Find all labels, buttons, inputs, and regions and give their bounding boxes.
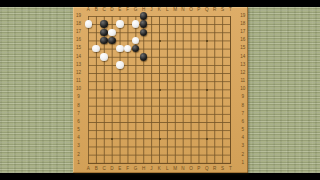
row-label: 10 — [238, 85, 248, 93]
go-board[interactable]: ABCDEFGHJKLMNOPQRST ABCDEFGHJKLMNOPQRST … — [73, 7, 248, 173]
column-label: K — [155, 166, 163, 172]
stone-grid[interactable] — [84, 12, 234, 167]
row-label: 18 — [74, 20, 84, 28]
row-labels-right: 19181716151413121110987654321 — [238, 12, 248, 167]
black-stone — [108, 37, 115, 44]
row-label: 7 — [74, 110, 84, 118]
row-label: 6 — [238, 118, 248, 126]
row-label: 7 — [238, 110, 248, 118]
white-stone — [108, 29, 115, 36]
black-stone — [100, 37, 107, 44]
column-label: S — [219, 166, 227, 172]
row-label: 9 — [74, 94, 84, 102]
row-label: 4 — [238, 134, 248, 142]
white-stone — [100, 53, 107, 60]
white-stone — [116, 20, 123, 27]
row-label: 18 — [238, 20, 248, 28]
white-stone — [132, 37, 139, 44]
white-stone — [92, 45, 99, 52]
row-label: 13 — [238, 61, 248, 69]
column-label: E — [116, 166, 124, 172]
row-label: 16 — [74, 36, 84, 44]
white-stone — [116, 61, 123, 68]
black-stone — [100, 29, 107, 36]
column-label: C — [100, 166, 108, 172]
row-label: 13 — [74, 61, 84, 69]
row-label: 14 — [238, 53, 248, 61]
column-label: O — [187, 166, 195, 172]
white-stone — [132, 20, 139, 27]
column-label: L — [163, 166, 171, 172]
column-label: J — [148, 166, 156, 172]
black-stone — [140, 29, 147, 36]
row-label: 16 — [238, 36, 248, 44]
black-stone — [140, 20, 147, 27]
row-label: 8 — [74, 102, 84, 110]
row-label: 1 — [74, 159, 84, 167]
column-label: M — [171, 166, 179, 172]
row-label: 2 — [238, 151, 248, 159]
column-label: T — [226, 166, 234, 172]
letterbox-bar-bottom — [0, 173, 320, 180]
row-label: 1 — [238, 159, 248, 167]
column-label: D — [108, 166, 116, 172]
row-label: 4 — [74, 134, 84, 142]
row-label: 5 — [74, 126, 84, 134]
column-labels-bottom: ABCDEFGHJKLMNOPQRST — [84, 166, 234, 172]
row-label: 12 — [74, 69, 84, 77]
black-stone — [132, 45, 139, 52]
row-label: 11 — [74, 77, 84, 85]
column-label: F — [124, 166, 132, 172]
column-label: H — [140, 166, 148, 172]
row-label: 15 — [238, 45, 248, 53]
column-label: Q — [203, 166, 211, 172]
row-label: 6 — [74, 118, 84, 126]
row-label: 15 — [74, 45, 84, 53]
row-label: 5 — [238, 126, 248, 134]
column-label: A — [84, 166, 92, 172]
row-label: 19 — [238, 12, 248, 20]
column-label: N — [179, 166, 187, 172]
black-stone — [140, 12, 147, 19]
column-label: R — [211, 166, 219, 172]
row-label: 17 — [74, 28, 84, 36]
row-label: 19 — [74, 12, 84, 20]
black-stone — [100, 20, 107, 27]
row-label: 3 — [74, 143, 84, 151]
row-label: 11 — [238, 77, 248, 85]
row-label: 14 — [74, 53, 84, 61]
column-label: B — [92, 166, 100, 172]
letterbox-bar-top — [0, 0, 320, 7]
row-label: 9 — [238, 94, 248, 102]
white-stone — [124, 45, 131, 52]
row-label: 3 — [238, 143, 248, 151]
column-label: G — [132, 166, 140, 172]
white-stone — [85, 20, 92, 27]
row-label: 2 — [74, 151, 84, 159]
row-label: 8 — [238, 102, 248, 110]
row-label: 17 — [238, 28, 248, 36]
white-stone — [116, 45, 123, 52]
row-label: 10 — [74, 85, 84, 93]
column-label: P — [195, 166, 203, 172]
row-label: 12 — [238, 69, 248, 77]
black-stone — [140, 53, 147, 60]
row-labels-left: 19181716151413121110987654321 — [74, 12, 84, 167]
